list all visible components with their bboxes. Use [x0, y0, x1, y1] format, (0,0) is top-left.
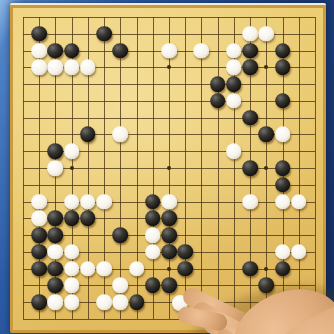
black-stone[interactable] [48, 43, 64, 59]
white-stone[interactable] [31, 211, 47, 227]
white-stone[interactable] [31, 194, 47, 210]
black-stone[interactable] [113, 227, 129, 243]
white-stone[interactable] [64, 261, 80, 277]
black-stone[interactable] [242, 110, 258, 126]
black-stone[interactable] [48, 211, 64, 227]
black-stone[interactable] [161, 278, 177, 294]
white-stone[interactable] [80, 194, 96, 210]
white-stone[interactable] [226, 43, 242, 59]
white-stone[interactable] [194, 43, 210, 59]
black-stone[interactable] [31, 227, 47, 243]
black-stone[interactable] [64, 211, 80, 227]
black-stone[interactable] [275, 177, 291, 193]
white-stone[interactable] [64, 278, 80, 294]
star-point [264, 65, 268, 69]
black-stone[interactable] [48, 261, 64, 277]
black-stone[interactable] [177, 244, 193, 260]
black-stone[interactable] [161, 211, 177, 227]
white-stone[interactable] [275, 194, 291, 210]
black-stone[interactable] [275, 43, 291, 59]
black-stone[interactable] [275, 261, 291, 277]
white-stone[interactable] [275, 244, 291, 260]
white-stone[interactable] [113, 127, 129, 143]
white-stone[interactable] [64, 60, 80, 76]
star-point [167, 267, 171, 271]
go-board-surface [13, 8, 323, 330]
photo-scene [0, 0, 334, 334]
black-stone[interactable] [113, 43, 129, 59]
white-stone[interactable] [31, 43, 47, 59]
grid-line-horizontal [23, 185, 315, 186]
black-stone[interactable] [210, 93, 226, 109]
black-stone[interactable] [161, 227, 177, 243]
black-stone[interactable] [80, 127, 96, 143]
black-stone[interactable] [161, 244, 177, 260]
white-stone[interactable] [96, 194, 112, 210]
white-stone[interactable] [145, 244, 161, 260]
black-stone[interactable] [64, 43, 80, 59]
white-stone[interactable] [161, 194, 177, 210]
white-stone[interactable] [64, 194, 80, 210]
grid-line-vertical [299, 17, 300, 319]
white-stone[interactable] [48, 60, 64, 76]
black-stone[interactable] [145, 211, 161, 227]
white-stone[interactable] [275, 127, 291, 143]
star-point [264, 166, 268, 170]
black-stone[interactable] [48, 143, 64, 159]
black-stone[interactable] [129, 294, 145, 310]
black-stone[interactable] [275, 160, 291, 176]
black-stone[interactable] [31, 244, 47, 260]
black-stone[interactable] [177, 261, 193, 277]
black-stone[interactable] [226, 76, 242, 92]
white-stone[interactable] [259, 26, 275, 42]
white-stone[interactable] [96, 261, 112, 277]
go-board-grid[interactable] [23, 17, 315, 319]
white-stone[interactable] [80, 261, 96, 277]
white-stone[interactable] [291, 244, 307, 260]
black-stone[interactable] [242, 43, 258, 59]
white-stone[interactable] [226, 93, 242, 109]
white-stone[interactable] [113, 278, 129, 294]
star-point [167, 65, 171, 69]
black-stone[interactable] [242, 261, 258, 277]
black-stone[interactable] [259, 127, 275, 143]
white-stone[interactable] [80, 60, 96, 76]
grid-line-vertical [201, 17, 202, 319]
white-stone[interactable] [145, 227, 161, 243]
black-stone[interactable] [48, 227, 64, 243]
grid-line-vertical [218, 17, 219, 319]
white-stone[interactable] [64, 294, 80, 310]
white-stone[interactable] [64, 143, 80, 159]
white-stone[interactable] [129, 261, 145, 277]
white-stone[interactable] [226, 60, 242, 76]
white-stone[interactable] [226, 143, 242, 159]
star-point [264, 267, 268, 271]
star-point [70, 166, 74, 170]
white-stone[interactable] [96, 294, 112, 310]
white-stone[interactable] [113, 294, 129, 310]
white-stone[interactable] [48, 244, 64, 260]
black-stone[interactable] [242, 160, 258, 176]
black-stone[interactable] [145, 278, 161, 294]
grid-line-vertical [315, 17, 316, 319]
black-stone[interactable] [31, 294, 47, 310]
white-stone[interactable] [64, 244, 80, 260]
black-stone[interactable] [31, 261, 47, 277]
black-stone[interactable] [210, 76, 226, 92]
white-stone[interactable] [161, 43, 177, 59]
black-stone[interactable] [31, 26, 47, 42]
black-stone[interactable] [145, 194, 161, 210]
white-stone[interactable] [48, 294, 64, 310]
white-stone[interactable] [31, 60, 47, 76]
white-stone[interactable] [242, 26, 258, 42]
black-stone[interactable] [275, 60, 291, 76]
white-stone[interactable] [48, 160, 64, 176]
black-stone[interactable] [275, 93, 291, 109]
go-board-frame [10, 3, 326, 333]
white-stone[interactable] [291, 194, 307, 210]
black-stone[interactable] [96, 26, 112, 42]
black-stone[interactable] [48, 278, 64, 294]
black-stone[interactable] [242, 60, 258, 76]
star-point [167, 166, 171, 170]
black-stone[interactable] [80, 211, 96, 227]
white-stone[interactable] [242, 194, 258, 210]
